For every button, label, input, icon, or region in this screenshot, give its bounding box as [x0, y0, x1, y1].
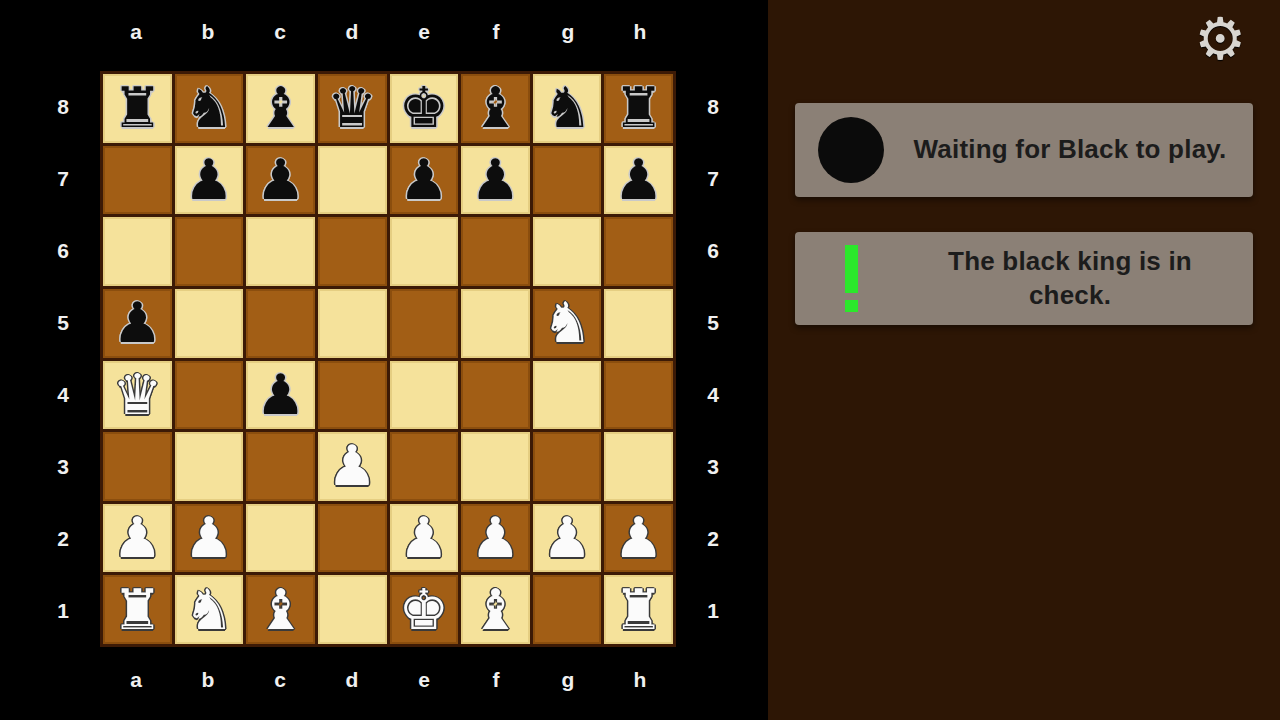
- rank-label-3: 3: [48, 431, 78, 503]
- square-c7[interactable]: ♟: [246, 146, 315, 215]
- rank-label-6: 6: [48, 215, 78, 287]
- square-h5[interactable]: [604, 289, 673, 358]
- piece-black-pawn-c7[interactable]: ♟: [255, 152, 305, 208]
- file-label-g: g: [532, 20, 604, 50]
- piece-white-bishop-f1[interactable]: ♝: [470, 582, 520, 638]
- square-b1[interactable]: ♞: [175, 575, 244, 644]
- square-a3[interactable]: [103, 432, 172, 501]
- exclamation-icon: [845, 245, 858, 293]
- piece-white-queen-a4[interactable]: ♛: [112, 367, 162, 423]
- rank-labels-right: 87654321: [698, 71, 728, 647]
- file-label-e: e: [388, 20, 460, 50]
- piece-white-knight-b1[interactable]: ♞: [184, 582, 234, 638]
- square-c8[interactable]: ♝: [246, 74, 315, 143]
- rank-label-6: 6: [698, 215, 728, 287]
- black-player-circle-icon: [818, 117, 884, 183]
- check-alert-box: The black king is in check.: [795, 232, 1253, 325]
- file-labels-top: abcdefgh: [100, 20, 676, 50]
- square-h8[interactable]: ♜: [604, 74, 673, 143]
- square-h6[interactable]: [604, 217, 673, 286]
- square-d3[interactable]: ♟: [318, 432, 387, 501]
- square-b2[interactable]: ♟: [175, 504, 244, 573]
- square-f8[interactable]: ♝: [461, 74, 530, 143]
- square-c1[interactable]: ♝: [246, 575, 315, 644]
- square-g2[interactable]: ♟: [533, 504, 602, 573]
- file-label-h: h: [604, 20, 676, 50]
- rank-label-3: 3: [698, 431, 728, 503]
- square-a8[interactable]: ♜: [103, 74, 172, 143]
- square-e8[interactable]: ♚: [390, 74, 459, 143]
- square-a7[interactable]: [103, 146, 172, 215]
- file-label-d: d: [316, 668, 388, 698]
- square-b5[interactable]: [175, 289, 244, 358]
- square-c2[interactable]: [246, 504, 315, 573]
- board-area: abcdefgh 87654321 ♜♞♝♛♚♝♞♜♟♟♟♟♟♟♞♛♟♟♟♟♟♟…: [0, 0, 768, 720]
- square-a1[interactable]: ♜: [103, 575, 172, 644]
- square-g7[interactable]: [533, 146, 602, 215]
- chess-board: ♜♞♝♛♚♝♞♜♟♟♟♟♟♟♞♛♟♟♟♟♟♟♟♟♜♞♝♚♝♜: [100, 71, 676, 647]
- square-f4[interactable]: [461, 361, 530, 430]
- piece-black-pawn-e7[interactable]: ♟: [399, 152, 449, 208]
- piece-white-knight-g5[interactable]: ♞: [542, 295, 592, 351]
- rank-label-8: 8: [698, 71, 728, 143]
- piece-black-king-e8[interactable]: ♚: [399, 80, 449, 136]
- square-c3[interactable]: [246, 432, 315, 501]
- square-f6[interactable]: [461, 217, 530, 286]
- square-b3[interactable]: [175, 432, 244, 501]
- piece-black-knight-g8[interactable]: ♞: [542, 80, 592, 136]
- square-f2[interactable]: ♟: [461, 504, 530, 573]
- square-h1[interactable]: ♜: [604, 575, 673, 644]
- piece-black-knight-b8[interactable]: ♞: [184, 80, 234, 136]
- file-label-c: c: [244, 20, 316, 50]
- piece-white-pawn-d3[interactable]: ♟: [327, 438, 377, 494]
- square-a5[interactable]: ♟: [103, 289, 172, 358]
- file-label-h: h: [604, 668, 676, 698]
- square-h2[interactable]: ♟: [604, 504, 673, 573]
- square-g1[interactable]: [533, 575, 602, 644]
- square-d8[interactable]: ♛: [318, 74, 387, 143]
- rank-label-1: 1: [698, 575, 728, 647]
- piece-black-pawn-h7[interactable]: ♟: [614, 152, 664, 208]
- rank-label-7: 7: [48, 143, 78, 215]
- rank-labels-left: 87654321: [48, 71, 78, 647]
- piece-black-pawn-a5[interactable]: ♟: [112, 295, 162, 351]
- piece-black-pawn-c4[interactable]: ♟: [255, 367, 305, 423]
- square-f3[interactable]: [461, 432, 530, 501]
- square-e4[interactable]: [390, 361, 459, 430]
- rank-label-5: 5: [48, 287, 78, 359]
- piece-white-pawn-g2[interactable]: ♟: [542, 510, 592, 566]
- square-g3[interactable]: [533, 432, 602, 501]
- square-d4[interactable]: [318, 361, 387, 430]
- check-alert-text: The black king is in check.: [907, 245, 1253, 313]
- square-e2[interactable]: ♟: [390, 504, 459, 573]
- square-f1[interactable]: ♝: [461, 575, 530, 644]
- square-e7[interactable]: ♟: [390, 146, 459, 215]
- rank-label-7: 7: [698, 143, 728, 215]
- square-g6[interactable]: [533, 217, 602, 286]
- square-d6[interactable]: [318, 217, 387, 286]
- file-label-d: d: [316, 20, 388, 50]
- piece-black-queen-d8[interactable]: ♛: [327, 80, 377, 136]
- square-d1[interactable]: [318, 575, 387, 644]
- turn-icon-wrap: [795, 117, 907, 183]
- square-e6[interactable]: [390, 217, 459, 286]
- square-e1[interactable]: ♚: [390, 575, 459, 644]
- square-a4[interactable]: ♛: [103, 361, 172, 430]
- piece-black-pawn-b7[interactable]: ♟: [184, 152, 234, 208]
- piece-white-pawn-f2[interactable]: ♟: [470, 510, 520, 566]
- rank-label-1: 1: [48, 575, 78, 647]
- file-label-a: a: [100, 668, 172, 698]
- file-label-e: e: [388, 668, 460, 698]
- turn-status-box: Waiting for Black to play.: [795, 103, 1253, 197]
- piece-white-pawn-h2[interactable]: ♟: [614, 510, 664, 566]
- square-g4[interactable]: [533, 361, 602, 430]
- file-labels-bottom: abcdefgh: [100, 668, 676, 698]
- square-g5[interactable]: ♞: [533, 289, 602, 358]
- piece-black-bishop-f8[interactable]: ♝: [470, 80, 520, 136]
- square-c4[interactable]: ♟: [246, 361, 315, 430]
- piece-black-bishop-c8[interactable]: ♝: [255, 80, 305, 136]
- square-f5[interactable]: [461, 289, 530, 358]
- square-g8[interactable]: ♞: [533, 74, 602, 143]
- chess-app: abcdefgh 87654321 ♜♞♝♛♚♝♞♜♟♟♟♟♟♟♞♛♟♟♟♟♟♟…: [0, 0, 1280, 720]
- piece-white-rook-a1[interactable]: ♜: [112, 582, 162, 638]
- square-e3[interactable]: [390, 432, 459, 501]
- rank-label-8: 8: [48, 71, 78, 143]
- file-label-b: b: [172, 668, 244, 698]
- file-label-f: f: [460, 20, 532, 50]
- square-h3[interactable]: [604, 432, 673, 501]
- rank-label-2: 2: [48, 503, 78, 575]
- square-f7[interactable]: ♟: [461, 146, 530, 215]
- square-c6[interactable]: [246, 217, 315, 286]
- piece-black-rook-a8[interactable]: ♜: [112, 80, 162, 136]
- square-b6[interactable]: [175, 217, 244, 286]
- square-c5[interactable]: [246, 289, 315, 358]
- settings-gear-icon[interactable]: ⚙: [1194, 10, 1246, 68]
- rank-label-4: 4: [698, 359, 728, 431]
- square-d7[interactable]: [318, 146, 387, 215]
- rank-label-5: 5: [698, 287, 728, 359]
- square-h4[interactable]: [604, 361, 673, 430]
- square-a2[interactable]: ♟: [103, 504, 172, 573]
- file-label-f: f: [460, 668, 532, 698]
- piece-black-rook-h8[interactable]: ♜: [614, 80, 664, 136]
- square-d2[interactable]: [318, 504, 387, 573]
- rank-label-4: 4: [48, 359, 78, 431]
- square-b4[interactable]: [175, 361, 244, 430]
- square-e5[interactable]: [390, 289, 459, 358]
- rank-label-2: 2: [698, 503, 728, 575]
- square-b7[interactable]: ♟: [175, 146, 244, 215]
- piece-white-pawn-a2[interactable]: ♟: [112, 510, 162, 566]
- piece-white-king-e1[interactable]: ♚: [399, 582, 449, 638]
- file-label-g: g: [532, 668, 604, 698]
- square-h7[interactable]: ♟: [604, 146, 673, 215]
- piece-white-bishop-c1[interactable]: ♝: [255, 582, 305, 638]
- piece-black-pawn-f7[interactable]: ♟: [470, 152, 520, 208]
- square-b8[interactable]: ♞: [175, 74, 244, 143]
- file-label-b: b: [172, 20, 244, 50]
- turn-status-text: Waiting for Black to play.: [907, 133, 1253, 167]
- file-label-c: c: [244, 668, 316, 698]
- piece-white-pawn-e2[interactable]: ♟: [399, 510, 449, 566]
- piece-white-rook-h1[interactable]: ♜: [614, 582, 664, 638]
- file-label-a: a: [100, 20, 172, 50]
- check-icon-wrap: [795, 245, 907, 312]
- square-d5[interactable]: [318, 289, 387, 358]
- side-panel: ⚙ Waiting for Black to play. The black k…: [768, 0, 1280, 720]
- square-a6[interactable]: [103, 217, 172, 286]
- piece-white-pawn-b2[interactable]: ♟: [184, 510, 234, 566]
- exclamation-dot: [845, 300, 858, 312]
